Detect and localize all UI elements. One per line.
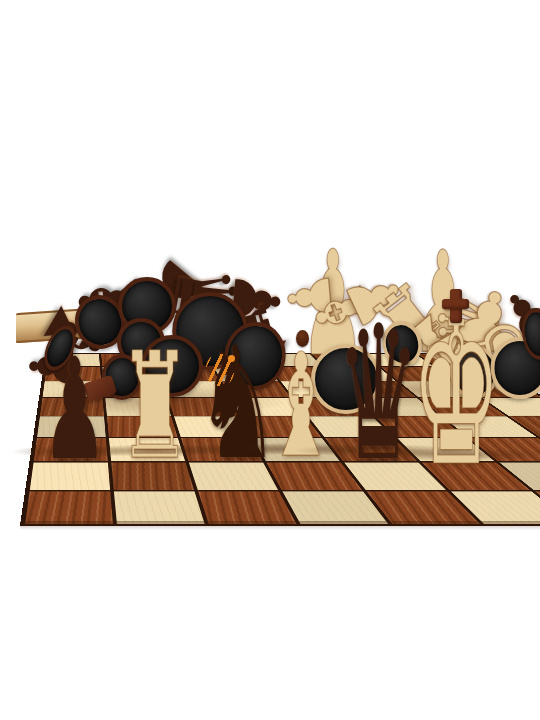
standing-white-king: ♚	[351, 246, 540, 456]
bishop-dark-finial	[296, 330, 309, 347]
board-square	[23, 491, 115, 525]
king-cross-horizontal	[442, 299, 469, 309]
board-front-edge-shadow	[20, 521, 540, 530]
board-square	[112, 491, 207, 525]
knight-mane-dot	[228, 355, 235, 362]
chess-set-photo: ♟♟♝♟♛♟♝♟♜♝♟♝♟♜♝♛♞♟♚♟♟♜♞♝♛♚	[0, 0, 540, 720]
